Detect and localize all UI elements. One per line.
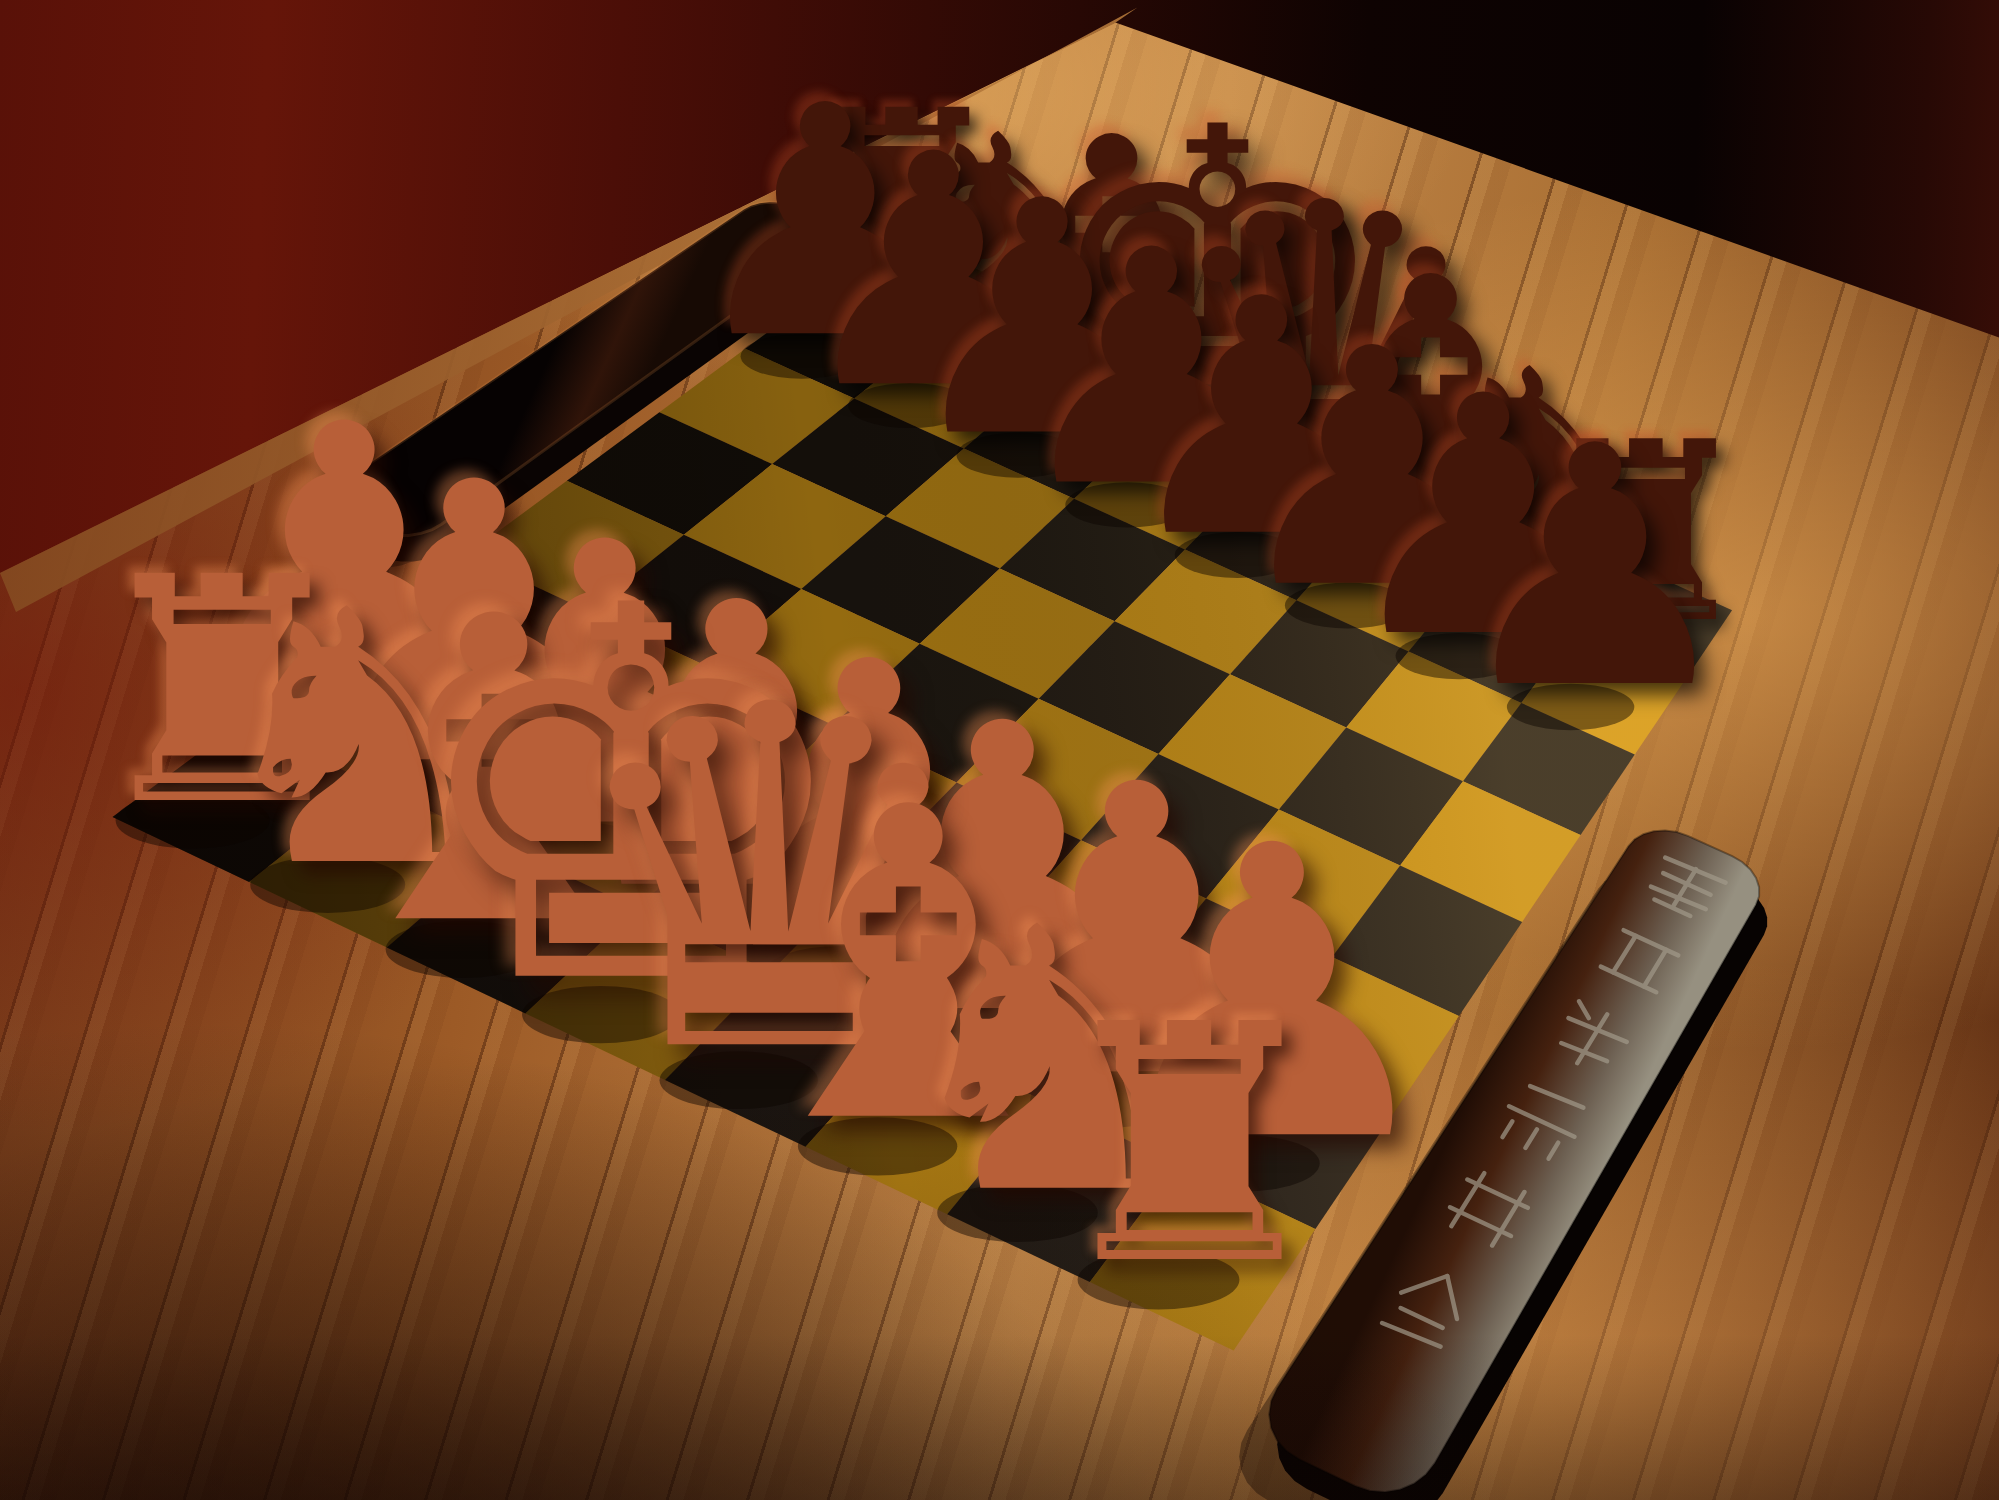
- chessboard: [0, 0, 1999, 1500]
- scene: ♜♞♝♚♛♝♞♜♟♟♟♟♟♟♟♟♟♟♟♟♟♟♟♟♜♞♝♚♛♝♞♜: [0, 0, 1999, 1500]
